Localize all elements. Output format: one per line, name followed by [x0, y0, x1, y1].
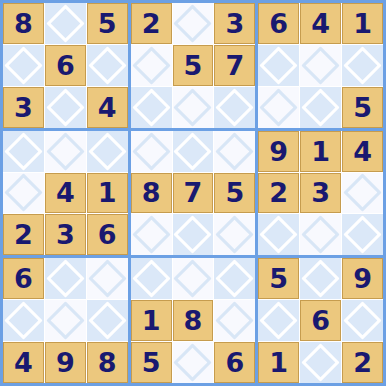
cell-r3c9: 5 [342, 87, 383, 128]
cell-r4c2[interactable] [45, 131, 86, 172]
cell-r2c2: 6 [45, 45, 86, 86]
cell-r8c9[interactable] [342, 300, 383, 341]
diamond-icon [302, 88, 340, 126]
diamond-icon [216, 302, 254, 340]
cell-r5c4: 8 [131, 173, 172, 214]
diamond-icon [216, 260, 254, 298]
cell-r8c1[interactable] [3, 300, 44, 341]
cell-r3c5[interactable] [173, 87, 214, 128]
cell-r1c2[interactable] [45, 3, 86, 44]
given-digit: 6 [14, 265, 33, 292]
cell-r6c4[interactable] [131, 214, 172, 255]
given-digit: 8 [142, 179, 161, 206]
cell-r7c7: 5 [258, 258, 299, 299]
given-digit: 1 [98, 179, 117, 206]
box-4: 41236 [3, 131, 128, 256]
cell-r7c9: 9 [342, 258, 383, 299]
cell-r5c2: 4 [45, 173, 86, 214]
diamond-icon [132, 216, 170, 254]
cell-r2c3[interactable] [87, 45, 128, 86]
given-digit: 2 [353, 349, 372, 376]
cell-r7c4[interactable] [131, 258, 172, 299]
cell-r1c5[interactable] [173, 3, 214, 44]
cell-r3c8[interactable] [300, 87, 341, 128]
diamond-icon [216, 216, 254, 254]
cell-r5c6: 5 [214, 173, 255, 214]
cell-r3c3: 4 [87, 87, 128, 128]
box-8: 1856 [131, 258, 256, 383]
cell-r9c8[interactable] [300, 342, 341, 383]
cell-r6c2: 3 [45, 214, 86, 255]
diamond-icon [46, 132, 84, 170]
diamond-icon [4, 302, 42, 340]
given-digit: 5 [142, 349, 161, 376]
cell-r1c3: 5 [87, 3, 128, 44]
cell-r1c7: 6 [258, 3, 299, 44]
given-digit: 2 [14, 221, 33, 248]
cell-r6c1: 2 [3, 214, 44, 255]
given-digit: 5 [269, 265, 288, 292]
diamond-icon [174, 88, 212, 126]
cell-r5c1[interactable] [3, 173, 44, 214]
diamond-icon [302, 46, 340, 84]
diamond-icon [302, 260, 340, 298]
cell-r8c2[interactable] [45, 300, 86, 341]
given-digit: 4 [98, 94, 117, 121]
cell-r2c7[interactable] [258, 45, 299, 86]
cell-r4c9: 4 [342, 131, 383, 172]
diamond-icon [174, 216, 212, 254]
diamond-icon [88, 302, 126, 340]
given-digit: 5 [184, 52, 203, 79]
cell-r9c5[interactable] [173, 342, 214, 383]
given-digit: 4 [311, 10, 330, 37]
cell-r4c1[interactable] [3, 131, 44, 172]
cell-r2c9[interactable] [342, 45, 383, 86]
cell-r4c7: 9 [258, 131, 299, 172]
given-digit: 6 [311, 307, 330, 334]
cell-r5c8: 3 [300, 173, 341, 214]
cell-r7c3[interactable] [87, 258, 128, 299]
given-digit: 3 [225, 10, 244, 37]
cell-r5c9[interactable] [342, 173, 383, 214]
given-digit: 4 [14, 349, 33, 376]
cell-r9c4: 5 [131, 342, 172, 383]
diamond-icon [88, 132, 126, 170]
cell-r6c5[interactable] [173, 214, 214, 255]
cell-r5c5: 7 [173, 173, 214, 214]
cell-r8c7[interactable] [258, 300, 299, 341]
cell-r1c4: 2 [131, 3, 172, 44]
cell-r8c8: 6 [300, 300, 341, 341]
diamond-icon [132, 88, 170, 126]
given-digit: 3 [14, 94, 33, 121]
cell-r3c7[interactable] [258, 87, 299, 128]
given-digit: 4 [56, 179, 75, 206]
box-6: 91423 [258, 131, 383, 256]
given-digit: 9 [56, 349, 75, 376]
given-digit: 8 [184, 307, 203, 334]
given-digit: 8 [14, 10, 33, 37]
given-digit: 9 [269, 138, 288, 165]
cell-r9c6: 6 [214, 342, 255, 383]
cell-r6c3: 6 [87, 214, 128, 255]
diamond-icon [343, 46, 381, 84]
diamond-icon [174, 343, 212, 381]
cell-r9c1: 4 [3, 342, 44, 383]
cell-r1c6: 3 [214, 3, 255, 44]
diamond-icon [132, 132, 170, 170]
cell-r7c1: 6 [3, 258, 44, 299]
diamond-icon [174, 4, 212, 42]
cell-r1c1: 8 [3, 3, 44, 44]
given-digit: 4 [353, 138, 372, 165]
diamond-icon [343, 216, 381, 254]
given-digit: 6 [98, 221, 117, 248]
given-digit: 6 [56, 52, 75, 79]
cell-r8c4: 1 [131, 300, 172, 341]
sudoku-board: 856342357641541236875914236498185659612 [0, 0, 386, 386]
box-9: 59612 [258, 258, 383, 383]
cell-r6c9[interactable] [342, 214, 383, 255]
given-digit: 9 [353, 265, 372, 292]
diamond-icon [46, 260, 84, 298]
given-digit: 6 [269, 10, 288, 37]
diamond-icon [216, 88, 254, 126]
given-digit: 1 [353, 10, 372, 37]
given-digit: 5 [225, 179, 244, 206]
cell-r8c3[interactable] [87, 300, 128, 341]
cell-r7c6[interactable] [214, 258, 255, 299]
cell-r3c2[interactable] [45, 87, 86, 128]
given-digit: 3 [56, 221, 75, 248]
cell-r3c4[interactable] [131, 87, 172, 128]
diamond-icon [88, 260, 126, 298]
cell-r2c6: 7 [214, 45, 255, 86]
diamond-icon [46, 4, 84, 42]
cell-r4c3[interactable] [87, 131, 128, 172]
cell-r6c7[interactable] [258, 214, 299, 255]
diamond-icon [260, 88, 298, 126]
given-digit: 1 [311, 138, 330, 165]
diamond-icon [302, 343, 340, 381]
cell-r8c5: 8 [173, 300, 214, 341]
cell-r6c8[interactable] [300, 214, 341, 255]
cell-r6c6[interactable] [214, 214, 255, 255]
cell-r2c1[interactable] [3, 45, 44, 86]
given-digit: 7 [184, 179, 203, 206]
diamond-icon [4, 174, 42, 212]
diamond-icon [132, 260, 170, 298]
cell-r4c4[interactable] [131, 131, 172, 172]
cell-r9c7: 1 [258, 342, 299, 383]
cell-r1c8: 4 [300, 3, 341, 44]
given-digit: 3 [311, 179, 330, 206]
cell-r2c8[interactable] [300, 45, 341, 86]
given-digit: 7 [225, 52, 244, 79]
given-digit: 2 [269, 179, 288, 206]
given-digit: 1 [142, 307, 161, 334]
cell-r1c9: 1 [342, 3, 383, 44]
cell-r3c1: 3 [3, 87, 44, 128]
given-digit: 5 [98, 10, 117, 37]
given-digit: 5 [353, 94, 372, 121]
cell-r5c7: 2 [258, 173, 299, 214]
box-3: 6415 [258, 3, 383, 128]
diamond-icon [216, 132, 254, 170]
box-2: 2357 [131, 3, 256, 128]
given-digit: 8 [98, 349, 117, 376]
given-digit: 1 [269, 349, 288, 376]
cell-r9c3: 8 [87, 342, 128, 383]
cell-r4c6[interactable] [214, 131, 255, 172]
diamond-icon [343, 302, 381, 340]
diamond-icon [132, 46, 170, 84]
cell-r4c5[interactable] [173, 131, 214, 172]
cell-r7c5[interactable] [173, 258, 214, 299]
cell-r7c2[interactable] [45, 258, 86, 299]
cell-r9c2: 9 [45, 342, 86, 383]
cell-r5c3: 1 [87, 173, 128, 214]
diamond-icon [302, 216, 340, 254]
diamond-icon [343, 174, 381, 212]
cell-r4c8: 1 [300, 131, 341, 172]
box-7: 6498 [3, 258, 128, 383]
diamond-icon [46, 88, 84, 126]
diamond-icon [260, 216, 298, 254]
cell-r2c4[interactable] [131, 45, 172, 86]
diamond-icon [174, 260, 212, 298]
diamond-icon [4, 46, 42, 84]
box-5: 875 [131, 131, 256, 256]
given-digit: 6 [225, 349, 244, 376]
diamond-icon [260, 46, 298, 84]
given-digit: 2 [142, 10, 161, 37]
box-1: 85634 [3, 3, 128, 128]
diamond-icon [4, 132, 42, 170]
diamond-icon [174, 132, 212, 170]
diamond-icon [88, 46, 126, 84]
diamond-icon [260, 302, 298, 340]
diamond-icon [46, 302, 84, 340]
cell-r7c8[interactable] [300, 258, 341, 299]
cell-r8c6[interactable] [214, 300, 255, 341]
cell-r3c6[interactable] [214, 87, 255, 128]
cell-r2c5: 5 [173, 45, 214, 86]
cell-r9c9: 2 [342, 342, 383, 383]
